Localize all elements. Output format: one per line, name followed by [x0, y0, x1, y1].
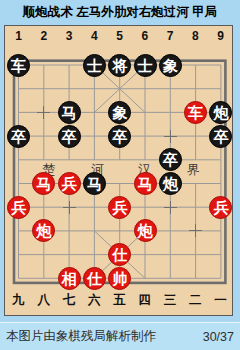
piece-red: 马	[134, 172, 157, 195]
caption-text: 本图片由象棋残局解析制作	[6, 328, 156, 345]
piece-red: 仕	[108, 243, 131, 266]
piece-red: 马	[32, 172, 55, 195]
file-number: 二	[183, 292, 208, 309]
piece-black: 士	[134, 54, 157, 77]
piece-black: 炮	[209, 101, 232, 124]
board-panel: 123456789 楚河 汉界 车士将士象马象车炮卒卒卒卒卒马兵马马炮兵兵兵炮炮…	[4, 25, 233, 316]
caption-bar: 本图片由象棋残局解析制作 30/37	[0, 322, 240, 350]
piece-red: 车	[184, 101, 207, 124]
piece-black: 象	[159, 54, 182, 77]
piece-black: 卒	[108, 125, 131, 148]
piece-red: 兵	[7, 196, 30, 219]
piece-black: 炮	[159, 172, 182, 195]
position-marker	[164, 201, 177, 214]
xiangqi-diagram-page: 顺炮战术 左马外肋对右炮过河 甲局 123456789 楚河 汉界 车士将士象马…	[0, 0, 240, 350]
piece-red: 相	[58, 267, 81, 290]
piece-black: 卒	[159, 148, 182, 171]
piece-red: 炮	[134, 219, 157, 242]
file-number: 五	[107, 292, 132, 309]
file-number: 四	[132, 292, 157, 309]
position-marker	[63, 201, 76, 214]
piece-red: 仕	[83, 267, 106, 290]
piece-red: 炮	[32, 219, 55, 242]
piece-red: 兵	[209, 196, 232, 219]
page-indicator: 30/37	[203, 330, 234, 344]
position-marker	[189, 224, 202, 237]
piece-red: 兵	[108, 196, 131, 219]
piece-black: 将	[108, 54, 131, 77]
piece-black: 马	[83, 172, 106, 195]
piece-black: 车	[7, 54, 30, 77]
file-number: 七	[57, 292, 82, 309]
piece-black: 象	[108, 101, 131, 124]
piece-red: 兵	[58, 172, 81, 195]
piece-black: 士	[83, 54, 106, 77]
position-marker	[37, 106, 50, 119]
page-title: 顺炮战术 左马外肋对右炮过河 甲局	[0, 0, 240, 24]
pieces-layer: 车士将士象马象车炮卒卒卒卒卒马兵马马炮兵兵兵炮炮仕相仕帅	[5, 26, 232, 315]
file-number: 六	[82, 292, 107, 309]
file-number: 八	[31, 292, 56, 309]
piece-red: 帅	[108, 267, 131, 290]
piece-black: 马	[58, 101, 81, 124]
file-number: 九	[6, 292, 31, 309]
file-number: 一	[208, 292, 233, 309]
bottom-file-numbers: 九八七六五四三二一	[6, 292, 233, 309]
piece-black: 卒	[7, 125, 30, 148]
position-marker	[164, 130, 177, 143]
file-number: 三	[158, 292, 183, 309]
piece-black: 卒	[209, 125, 232, 148]
piece-black: 卒	[58, 125, 81, 148]
